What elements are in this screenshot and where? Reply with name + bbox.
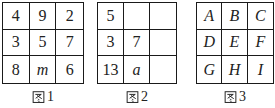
fig2-cell-r1c2-empty — [124, 3, 150, 30]
figure-1: 4 9 2 3 5 7 8 m 6 1 — [2, 2, 84, 105]
fig1-cell-r1c3: 2 — [56, 3, 83, 30]
fig1-cell-r1c1: 4 — [3, 3, 30, 30]
fig2-cell-r2c3-empty — [150, 30, 176, 57]
fig3-cell-r2c1: D — [197, 30, 222, 57]
tu-character-icon — [126, 90, 139, 104]
fig3-cell-r3c3: I — [248, 56, 273, 83]
fig1-cell-r3c2-variable-m: m — [30, 56, 57, 83]
fig3-cell-r2c2: E — [222, 30, 247, 57]
fig1-cell-r2c3: 7 — [56, 30, 83, 57]
fig2-cell-r1c1: 5 — [98, 3, 124, 30]
fig1-cell-r2c2: 5 — [30, 30, 57, 57]
fig3-cell-r1c1: A — [197, 3, 222, 30]
figure-1-caption: 1 — [32, 89, 54, 105]
grid-figure-3: A B C D E F G H I — [196, 2, 274, 84]
fig2-cell-r3c1: 13 — [98, 56, 124, 83]
fig3-cell-r3c1: G — [197, 56, 222, 83]
fig1-cell-r2c1: 3 — [3, 30, 30, 57]
fig2-cell-r2c1: 3 — [98, 30, 124, 57]
figure-2-number: 2 — [141, 89, 148, 105]
tu-character-icon — [32, 90, 45, 104]
figure-panel: 4 9 2 3 5 7 8 m 6 1 5 3 7 — [0, 0, 275, 108]
grid-figure-2: 5 3 7 13 a — [97, 2, 177, 84]
figure-3-caption: 3 — [224, 89, 246, 105]
fig1-cell-r3c1: 8 — [3, 56, 30, 83]
figure-2: 5 3 7 13 a 2 — [97, 2, 177, 105]
figure-1-number: 1 — [47, 89, 54, 105]
figure-2-caption: 2 — [126, 89, 148, 105]
fig2-cell-r3c2-variable-a: a — [124, 56, 150, 83]
grid-figure-1: 4 9 2 3 5 7 8 m 6 — [2, 2, 84, 84]
fig2-cell-r2c2: 7 — [124, 30, 150, 57]
fig3-cell-r3c2: H — [222, 56, 247, 83]
fig3-cell-r1c3: C — [248, 3, 273, 30]
fig3-cell-r1c2: B — [222, 3, 247, 30]
fig1-cell-r1c2: 9 — [30, 3, 57, 30]
fig1-cell-r3c3: 6 — [56, 56, 83, 83]
fig3-cell-r2c3: F — [248, 30, 273, 57]
fig2-cell-r1c3-empty — [150, 3, 176, 30]
fig2-cell-r3c3-empty — [150, 56, 176, 83]
figure-3-number: 3 — [239, 89, 246, 105]
tu-character-icon — [224, 90, 237, 104]
figure-3: A B C D E F G H I 3 — [196, 2, 274, 105]
